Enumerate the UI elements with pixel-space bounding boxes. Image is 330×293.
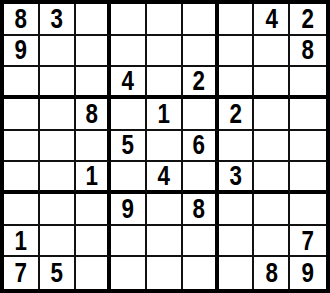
digit: 8 [85,100,97,128]
digit: 8 [15,5,27,33]
cell-r6c4[interactable] [111,162,147,194]
digit: 7 [302,227,314,255]
digit: 1 [85,162,97,190]
cell-r9c2[interactable]: 5 [40,257,76,289]
cell-r7c7[interactable] [219,194,255,226]
digit: 4 [265,5,277,33]
cell-r8c2[interactable] [40,226,76,258]
digit: 9 [302,259,314,287]
digit: 8 [265,259,277,287]
cell-r1c5[interactable] [147,4,183,36]
cell-r6c3[interactable]: 1 [76,162,112,194]
cell-r9c6[interactable] [183,257,219,289]
digit: 2 [302,5,314,33]
cell-r9c5[interactable] [147,257,183,289]
cell-r4c9[interactable] [290,99,326,131]
cell-r9c1[interactable]: 7 [4,257,40,289]
cell-r6c2[interactable] [40,162,76,194]
cell-r9c8[interactable]: 8 [254,257,290,289]
cell-r9c4[interactable] [111,257,147,289]
digit: 1 [158,100,170,128]
cell-r9c9[interactable]: 9 [290,257,326,289]
digit: 1 [15,227,27,255]
cell-r5c9[interactable] [290,131,326,163]
cell-r7c2[interactable] [40,194,76,226]
cell-r2c2[interactable] [40,36,76,68]
sudoku-board: 834298428125614398177589 [0,0,330,293]
cell-r7c5[interactable] [147,194,183,226]
cell-r6c5[interactable]: 4 [147,162,183,194]
cell-r8c6[interactable] [183,226,219,258]
cell-r8c4[interactable] [111,226,147,258]
cell-r3c6[interactable]: 2 [183,67,219,99]
cell-r2c8[interactable] [254,36,290,68]
cell-r2c4[interactable] [111,36,147,68]
cell-r8c7[interactable] [219,226,255,258]
digit: 8 [302,36,314,64]
digit: 8 [193,195,205,223]
cell-r7c3[interactable] [76,194,112,226]
cell-r4c3[interactable]: 8 [76,99,112,131]
cell-r5c1[interactable] [4,131,40,163]
cell-r7c6[interactable]: 8 [183,194,219,226]
digit: 5 [50,259,62,287]
cell-r1c4[interactable] [111,4,147,36]
digit: 2 [229,100,241,128]
cell-r5c8[interactable] [254,131,290,163]
cell-r3c9[interactable] [290,67,326,99]
cell-r5c7[interactable] [219,131,255,163]
sudoku-grid: 834298428125614398177589 [4,4,326,289]
cell-r4c7[interactable]: 2 [219,99,255,131]
digit: 9 [15,36,27,64]
cell-r8c1[interactable]: 1 [4,226,40,258]
cell-r6c7[interactable]: 3 [219,162,255,194]
cell-r5c5[interactable] [147,131,183,163]
cell-r7c9[interactable] [290,194,326,226]
cell-r6c8[interactable] [254,162,290,194]
cell-r1c7[interactable] [219,4,255,36]
cell-r2c1[interactable]: 9 [4,36,40,68]
cell-r2c6[interactable] [183,36,219,68]
cell-r7c4[interactable]: 9 [111,194,147,226]
cell-r1c6[interactable] [183,4,219,36]
cell-r3c1[interactable] [4,67,40,99]
cell-r3c3[interactable] [76,67,112,99]
digit: 4 [122,67,134,95]
cell-r2c9[interactable]: 8 [290,36,326,68]
digit: 7 [15,259,27,287]
cell-r3c8[interactable] [254,67,290,99]
cell-r1c1[interactable]: 8 [4,4,40,36]
cell-r2c5[interactable] [147,36,183,68]
cell-r2c7[interactable] [219,36,255,68]
cell-r4c5[interactable]: 1 [147,99,183,131]
digit: 5 [122,131,134,159]
cell-r4c6[interactable] [183,99,219,131]
digit: 9 [122,195,134,223]
digit: 4 [158,162,170,190]
cell-r3c2[interactable] [40,67,76,99]
cell-r2c3[interactable] [76,36,112,68]
cell-r6c6[interactable] [183,162,219,194]
cell-r8c5[interactable] [147,226,183,258]
cell-r1c9[interactable]: 2 [290,4,326,36]
cell-r4c2[interactable] [40,99,76,131]
cell-r5c6[interactable]: 6 [183,131,219,163]
digit: 3 [229,162,241,190]
cell-r7c1[interactable] [4,194,40,226]
digit: 6 [193,131,205,159]
cell-r8c3[interactable] [76,226,112,258]
cell-r1c8[interactable]: 4 [254,4,290,36]
cell-r8c8[interactable] [254,226,290,258]
digit: 3 [50,5,62,33]
cell-r3c4[interactable]: 4 [111,67,147,99]
cell-r7c8[interactable] [254,194,290,226]
cell-r5c4[interactable]: 5 [111,131,147,163]
cell-r3c7[interactable] [219,67,255,99]
digit: 2 [193,67,205,95]
cell-r6c9[interactable] [290,162,326,194]
cell-r5c3[interactable] [76,131,112,163]
cell-r4c4[interactable] [111,99,147,131]
cell-r5c2[interactable] [40,131,76,163]
cell-r9c7[interactable] [219,257,255,289]
cell-r4c1[interactable] [4,99,40,131]
cell-r1c2[interactable]: 3 [40,4,76,36]
cell-r6c1[interactable] [4,162,40,194]
cell-r9c3[interactable] [76,257,112,289]
cell-r8c9[interactable]: 7 [290,226,326,258]
cell-r3c5[interactable] [147,67,183,99]
cell-r1c3[interactable] [76,4,112,36]
cell-r4c8[interactable] [254,99,290,131]
